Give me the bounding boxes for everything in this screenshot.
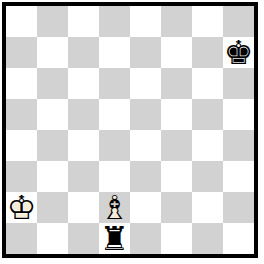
square-h8[interactable]	[223, 6, 254, 37]
square-g1[interactable]	[192, 223, 223, 254]
square-d7[interactable]	[99, 37, 130, 68]
square-g6[interactable]	[192, 68, 223, 99]
square-d2[interactable]: ♝♗	[99, 192, 130, 223]
square-f8[interactable]	[161, 6, 192, 37]
square-d8[interactable]	[99, 6, 130, 37]
square-a8[interactable]	[6, 6, 37, 37]
square-e8[interactable]	[130, 6, 161, 37]
square-g5[interactable]	[192, 99, 223, 130]
square-g7[interactable]	[192, 37, 223, 68]
square-c3[interactable]	[68, 161, 99, 192]
piece-black-king[interactable]: ♚	[223, 37, 254, 68]
square-f2[interactable]	[161, 192, 192, 223]
square-d4[interactable]	[99, 130, 130, 161]
square-e3[interactable]	[130, 161, 161, 192]
square-f6[interactable]	[161, 68, 192, 99]
square-g2[interactable]	[192, 192, 223, 223]
square-g3[interactable]	[192, 161, 223, 192]
square-h5[interactable]	[223, 99, 254, 130]
square-b5[interactable]	[37, 99, 68, 130]
square-a1[interactable]	[6, 223, 37, 254]
chess-board: ♚♚♔♝♗♜	[6, 6, 254, 254]
square-h7[interactable]: ♚	[223, 37, 254, 68]
square-a6[interactable]	[6, 68, 37, 99]
square-d3[interactable]	[99, 161, 130, 192]
square-b6[interactable]	[37, 68, 68, 99]
square-e1[interactable]	[130, 223, 161, 254]
square-d5[interactable]	[99, 99, 130, 130]
square-b1[interactable]	[37, 223, 68, 254]
square-h1[interactable]	[223, 223, 254, 254]
square-a7[interactable]	[6, 37, 37, 68]
square-a2[interactable]: ♚♔	[6, 192, 37, 223]
square-a5[interactable]	[6, 99, 37, 130]
square-c2[interactable]	[68, 192, 99, 223]
square-a4[interactable]	[6, 130, 37, 161]
square-b7[interactable]	[37, 37, 68, 68]
square-c5[interactable]	[68, 99, 99, 130]
square-b4[interactable]	[37, 130, 68, 161]
square-g4[interactable]	[192, 130, 223, 161]
square-f5[interactable]	[161, 99, 192, 130]
square-e2[interactable]	[130, 192, 161, 223]
square-a3[interactable]	[6, 161, 37, 192]
square-b3[interactable]	[37, 161, 68, 192]
square-e7[interactable]	[130, 37, 161, 68]
piece-black-rook[interactable]: ♜	[99, 223, 130, 254]
square-c8[interactable]	[68, 6, 99, 37]
square-c1[interactable]	[68, 223, 99, 254]
square-h3[interactable]	[223, 161, 254, 192]
square-e5[interactable]	[130, 99, 161, 130]
square-e6[interactable]	[130, 68, 161, 99]
square-d1[interactable]: ♜	[99, 223, 130, 254]
square-h6[interactable]	[223, 68, 254, 99]
square-c6[interactable]	[68, 68, 99, 99]
square-h2[interactable]	[223, 192, 254, 223]
square-c7[interactable]	[68, 37, 99, 68]
square-h4[interactable]	[223, 130, 254, 161]
square-f3[interactable]	[161, 161, 192, 192]
chess-board-frame: ♚♚♔♝♗♜	[2, 2, 258, 258]
square-f1[interactable]	[161, 223, 192, 254]
square-b2[interactable]	[37, 192, 68, 223]
piece-fill-white-bishop: ♝	[99, 192, 130, 223]
square-g8[interactable]	[192, 6, 223, 37]
piece-white-king[interactable]: ♔	[6, 192, 37, 223]
square-c4[interactable]	[68, 130, 99, 161]
square-f7[interactable]	[161, 37, 192, 68]
piece-white-bishop[interactable]: ♗	[99, 192, 130, 223]
square-b8[interactable]	[37, 6, 68, 37]
square-d6[interactable]	[99, 68, 130, 99]
square-e4[interactable]	[130, 130, 161, 161]
piece-fill-white-king: ♚	[6, 192, 37, 223]
square-f4[interactable]	[161, 130, 192, 161]
